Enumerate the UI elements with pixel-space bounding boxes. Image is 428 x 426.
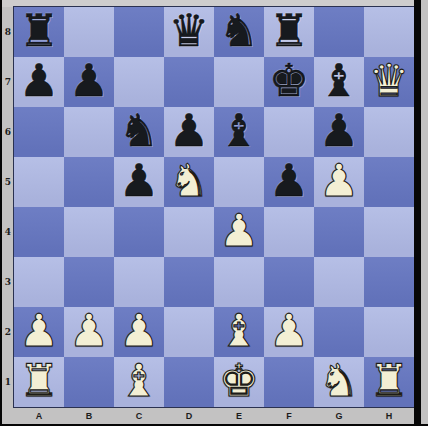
square-g3[interactable] <box>314 257 364 307</box>
rank-label-5: 5 <box>2 157 14 207</box>
square-b8[interactable] <box>64 7 114 57</box>
square-f8[interactable]: ♜ <box>264 7 314 57</box>
white-bishop[interactable]: ♝ <box>219 306 259 356</box>
file-label-b: B <box>64 408 114 424</box>
square-h6[interactable] <box>364 107 414 157</box>
square-c8[interactable] <box>114 7 164 57</box>
square-c2[interactable]: ♟ <box>114 307 164 357</box>
square-e6[interactable]: ♝ <box>214 107 264 157</box>
square-b4[interactable] <box>64 207 114 257</box>
square-g8[interactable] <box>314 7 364 57</box>
black-pawn[interactable]: ♟ <box>119 156 159 206</box>
square-f5[interactable]: ♟ <box>264 157 314 207</box>
square-a2[interactable]: ♟ <box>14 307 64 357</box>
square-a6[interactable] <box>14 107 64 157</box>
square-d4[interactable] <box>164 207 214 257</box>
black-pawn[interactable]: ♟ <box>69 56 109 106</box>
board-border-left <box>0 0 2 426</box>
square-c6[interactable]: ♞ <box>114 107 164 157</box>
white-pawn[interactable]: ♟ <box>219 206 259 256</box>
square-c7[interactable] <box>114 57 164 107</box>
square-e1[interactable]: ♚ <box>214 357 264 407</box>
rank-label-1: 1 <box>2 357 14 407</box>
square-b5[interactable] <box>64 157 114 207</box>
square-d5[interactable]: ♞ <box>164 157 214 207</box>
rank-labels: 87654321 <box>2 7 14 407</box>
rank-label-2: 2 <box>2 307 14 357</box>
square-d7[interactable] <box>164 57 214 107</box>
black-bishop[interactable]: ♝ <box>219 106 259 156</box>
rank-label-6: 6 <box>2 107 14 157</box>
square-d8[interactable]: ♛ <box>164 7 214 57</box>
square-h4[interactable] <box>364 207 414 257</box>
square-f2[interactable]: ♟ <box>264 307 314 357</box>
square-g4[interactable] <box>314 207 364 257</box>
square-d1[interactable] <box>164 357 214 407</box>
square-a4[interactable] <box>14 207 64 257</box>
square-f1[interactable] <box>264 357 314 407</box>
black-knight[interactable]: ♞ <box>119 106 159 156</box>
square-e5[interactable] <box>214 157 264 207</box>
square-c4[interactable] <box>114 207 164 257</box>
square-a7[interactable]: ♟ <box>14 57 64 107</box>
board-border-right <box>414 0 421 426</box>
square-b7[interactable]: ♟ <box>64 57 114 107</box>
square-e7[interactable] <box>214 57 264 107</box>
square-f3[interactable] <box>264 257 314 307</box>
chess-board-panel: ♜♛♞♜♟♟♚♝♛♞♟♝♟♟♞♟♟♟♟♟♟♝♟♜♝♚♞♜ 87654321 AB… <box>0 0 428 426</box>
square-g2[interactable] <box>314 307 364 357</box>
square-g7[interactable]: ♝ <box>314 57 364 107</box>
black-queen[interactable]: ♛ <box>169 6 209 56</box>
rank-label-4: 4 <box>2 207 14 257</box>
black-pawn[interactable]: ♟ <box>19 56 59 106</box>
square-e4[interactable]: ♟ <box>214 207 264 257</box>
square-a3[interactable] <box>14 257 64 307</box>
square-a5[interactable] <box>14 157 64 207</box>
square-e2[interactable]: ♝ <box>214 307 264 357</box>
square-h5[interactable] <box>364 157 414 207</box>
square-c5[interactable]: ♟ <box>114 157 164 207</box>
white-rook[interactable]: ♜ <box>19 356 59 406</box>
square-a8[interactable]: ♜ <box>14 7 64 57</box>
square-b3[interactable] <box>64 257 114 307</box>
square-f6[interactable] <box>264 107 314 157</box>
file-label-f: F <box>264 408 314 424</box>
white-pawn[interactable]: ♟ <box>119 306 159 356</box>
square-f4[interactable] <box>264 207 314 257</box>
rank-label-7: 7 <box>2 57 14 107</box>
rank-label-3: 3 <box>2 257 14 307</box>
square-a1[interactable]: ♜ <box>14 357 64 407</box>
square-b1[interactable] <box>64 357 114 407</box>
white-pawn[interactable]: ♟ <box>269 306 309 356</box>
rank-label-8: 8 <box>2 7 14 57</box>
square-f7[interactable]: ♚ <box>264 57 314 107</box>
file-label-a: A <box>14 408 64 424</box>
black-pawn[interactable]: ♟ <box>269 156 309 206</box>
square-c1[interactable]: ♝ <box>114 357 164 407</box>
black-pawn[interactable]: ♟ <box>169 106 209 156</box>
white-queen[interactable]: ♛ <box>369 56 409 106</box>
file-label-d: D <box>164 408 214 424</box>
file-label-g: G <box>314 408 364 424</box>
square-d2[interactable] <box>164 307 214 357</box>
black-knight[interactable]: ♞ <box>219 6 259 56</box>
chess-board[interactable]: ♜♛♞♜♟♟♚♝♛♞♟♝♟♟♞♟♟♟♟♟♟♝♟♜♝♚♞♜ <box>14 7 414 407</box>
file-label-h: H <box>364 408 414 424</box>
white-pawn[interactable]: ♟ <box>69 306 109 356</box>
square-g5[interactable]: ♟ <box>314 157 364 207</box>
square-d6[interactable]: ♟ <box>164 107 214 157</box>
square-g1[interactable]: ♞ <box>314 357 364 407</box>
file-label-e: E <box>214 408 264 424</box>
square-d3[interactable] <box>164 257 214 307</box>
black-pawn[interactable]: ♟ <box>319 106 359 156</box>
white-rook[interactable]: ♜ <box>369 356 409 406</box>
black-rook[interactable]: ♜ <box>269 6 309 56</box>
white-pawn[interactable]: ♟ <box>319 156 359 206</box>
square-h7[interactable]: ♛ <box>364 57 414 107</box>
square-g6[interactable]: ♟ <box>314 107 364 157</box>
square-c3[interactable] <box>114 257 164 307</box>
square-h1[interactable]: ♜ <box>364 357 414 407</box>
white-knight[interactable]: ♞ <box>319 356 359 406</box>
file-label-c: C <box>114 408 164 424</box>
square-e3[interactable] <box>214 257 264 307</box>
square-h2[interactable] <box>364 307 414 357</box>
black-rook[interactable]: ♜ <box>19 6 59 56</box>
square-b6[interactable] <box>64 107 114 157</box>
file-labels: ABCDEFGH <box>14 408 414 424</box>
square-h3[interactable] <box>364 257 414 307</box>
square-h8[interactable] <box>364 7 414 57</box>
white-knight[interactable]: ♞ <box>169 156 209 206</box>
square-b2[interactable]: ♟ <box>64 307 114 357</box>
square-e8[interactable]: ♞ <box>214 7 264 57</box>
white-pawn[interactable]: ♟ <box>19 306 59 356</box>
white-bishop[interactable]: ♝ <box>119 356 159 406</box>
white-king[interactable]: ♚ <box>219 356 259 406</box>
black-king[interactable]: ♚ <box>269 56 309 106</box>
black-bishop[interactable]: ♝ <box>319 56 359 106</box>
